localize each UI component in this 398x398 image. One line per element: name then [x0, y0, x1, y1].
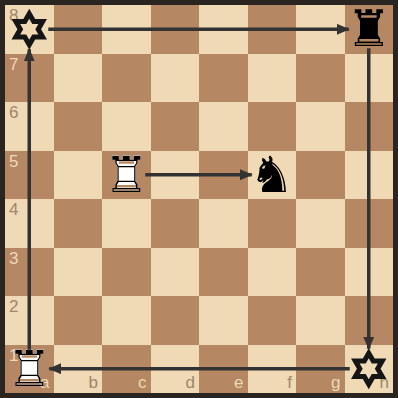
square-g3[interactable]	[296, 248, 345, 297]
square-g4[interactable]	[296, 199, 345, 248]
square-f3[interactable]	[248, 248, 297, 297]
black-rook-glyph: ♜	[345, 5, 394, 54]
square-e1[interactable]: e	[199, 345, 248, 394]
square-f6[interactable]	[248, 102, 297, 151]
square-b4[interactable]	[54, 199, 103, 248]
piece-white-rook-c5[interactable]: ♜♖	[102, 151, 151, 200]
square-a1[interactable]: 1a♜♖	[5, 345, 54, 394]
square-f5[interactable]: ♞	[248, 151, 297, 200]
square-e3[interactable]	[199, 248, 248, 297]
square-e8[interactable]	[199, 5, 248, 54]
square-c2[interactable]	[102, 296, 151, 345]
square-b8[interactable]	[54, 5, 103, 54]
square-d8[interactable]	[151, 5, 200, 54]
square-a7[interactable]: 7	[5, 54, 54, 103]
square-c1[interactable]: c	[102, 345, 151, 394]
square-b5[interactable]	[54, 151, 103, 200]
square-a5[interactable]: 5	[5, 151, 54, 200]
file-label-d: d	[186, 374, 195, 391]
rank-label-7: 7	[9, 56, 18, 73]
square-b2[interactable]	[54, 296, 103, 345]
square-f1[interactable]: f	[248, 345, 297, 394]
square-g2[interactable]	[296, 296, 345, 345]
piece-white-rook-a1[interactable]: ♜♖	[5, 345, 54, 394]
file-label-f: f	[287, 374, 292, 391]
square-h8[interactable]: ♜	[345, 5, 394, 54]
square-h1[interactable]: h	[345, 345, 394, 394]
square-h6[interactable]	[345, 102, 394, 151]
square-b1[interactable]: b	[54, 345, 103, 394]
piece-black-knight-f5[interactable]: ♞	[248, 151, 297, 200]
square-h3[interactable]	[345, 248, 394, 297]
square-c3[interactable]	[102, 248, 151, 297]
square-b3[interactable]	[54, 248, 103, 297]
rank-label-5: 5	[9, 153, 18, 170]
square-c8[interactable]	[102, 5, 151, 54]
rank-label-4: 4	[9, 201, 18, 218]
square-h2[interactable]	[345, 296, 394, 345]
file-label-b: b	[89, 374, 98, 391]
board: 8♜765♜♖♞4321a♜♖bcdefgh	[5, 5, 393, 393]
square-g8[interactable]	[296, 5, 345, 54]
white-rook-glyph: ♖	[5, 345, 54, 394]
square-d3[interactable]	[151, 248, 200, 297]
file-label-h: h	[380, 374, 389, 391]
square-d6[interactable]	[151, 102, 200, 151]
rank-label-3: 3	[9, 250, 18, 267]
square-c7[interactable]	[102, 54, 151, 103]
file-label-c: c	[138, 374, 147, 391]
black-knight-glyph: ♞	[248, 151, 297, 200]
square-g1[interactable]: g	[296, 345, 345, 394]
square-f7[interactable]	[248, 54, 297, 103]
square-d4[interactable]	[151, 199, 200, 248]
square-h5[interactable]	[345, 151, 394, 200]
rank-label-6: 6	[9, 104, 18, 121]
square-a8[interactable]: 8	[5, 5, 54, 54]
square-f2[interactable]	[248, 296, 297, 345]
square-d5[interactable]	[151, 151, 200, 200]
square-a4[interactable]: 4	[5, 199, 54, 248]
square-e6[interactable]	[199, 102, 248, 151]
file-label-e: e	[234, 374, 243, 391]
square-b7[interactable]	[54, 54, 103, 103]
square-f8[interactable]	[248, 5, 297, 54]
square-g6[interactable]	[296, 102, 345, 151]
square-g5[interactable]	[296, 151, 345, 200]
square-f4[interactable]	[248, 199, 297, 248]
square-c5[interactable]: ♜♖	[102, 151, 151, 200]
square-a2[interactable]: 2	[5, 296, 54, 345]
square-h4[interactable]	[345, 199, 394, 248]
square-d1[interactable]: d	[151, 345, 200, 394]
rank-label-2: 2	[9, 298, 18, 315]
chess-board-frame: 8♜765♜♖♞4321a♜♖bcdefgh	[0, 0, 398, 398]
square-e4[interactable]	[199, 199, 248, 248]
square-d2[interactable]	[151, 296, 200, 345]
square-c6[interactable]	[102, 102, 151, 151]
square-e2[interactable]	[199, 296, 248, 345]
square-d7[interactable]	[151, 54, 200, 103]
piece-black-rook-h8[interactable]: ♜	[345, 5, 394, 54]
square-b6[interactable]	[54, 102, 103, 151]
square-a3[interactable]: 3	[5, 248, 54, 297]
square-a6[interactable]: 6	[5, 102, 54, 151]
square-g7[interactable]	[296, 54, 345, 103]
white-rook-glyph: ♖	[102, 151, 151, 200]
square-e7[interactable]	[199, 54, 248, 103]
square-h7[interactable]	[345, 54, 394, 103]
file-label-g: g	[331, 374, 340, 391]
rank-label-8: 8	[9, 7, 18, 24]
square-e5[interactable]	[199, 151, 248, 200]
square-c4[interactable]	[102, 199, 151, 248]
